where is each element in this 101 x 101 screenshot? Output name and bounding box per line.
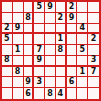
cell-r1c4-given: 5 [34, 2, 45, 13]
cell-r3c7-empty[interactable] [67, 24, 78, 35]
cell-r7c2-given: 8 [13, 67, 24, 78]
cell-r9c4-empty[interactable] [34, 88, 45, 99]
cell-r1c2-empty[interactable] [13, 2, 24, 13]
cell-r3c6-empty[interactable] [56, 24, 67, 35]
cell-r7c3-empty[interactable] [24, 67, 35, 78]
cell-r8c8-empty[interactable] [77, 77, 88, 88]
cell-r7c4-empty[interactable] [34, 67, 45, 78]
cell-r6c7-empty[interactable] [67, 56, 78, 67]
cell-r5c8-given: 5 [77, 45, 88, 56]
cell-r9c2-empty[interactable] [13, 88, 24, 99]
cell-r5c3-empty[interactable] [24, 45, 35, 56]
cell-r7c1-empty[interactable] [2, 67, 13, 78]
cell-r5c1-empty[interactable] [2, 45, 13, 56]
cell-r4c3-empty[interactable] [24, 34, 35, 45]
cell-r4c8-empty[interactable] [77, 34, 88, 45]
cell-r1c8-empty[interactable] [77, 2, 88, 13]
cell-r4c1-given: 5 [2, 34, 13, 45]
cell-r1c3-empty[interactable] [24, 2, 35, 13]
cell-r6c4-given: 9 [34, 56, 45, 67]
cell-r4c9-given: 2 [88, 34, 99, 45]
cell-r8c2-empty[interactable] [13, 77, 24, 88]
cell-r1c1-empty[interactable] [2, 2, 13, 13]
cell-r4c6-given: 1 [56, 34, 67, 45]
cell-r9c1-empty[interactable] [2, 88, 13, 99]
cell-r1c5-given: 9 [45, 2, 56, 13]
cell-r8c3-given: 9 [24, 77, 35, 88]
cell-r6c8-empty[interactable] [77, 56, 88, 67]
cell-r4c2-empty[interactable] [13, 34, 24, 45]
cell-r5c9-empty[interactable] [88, 45, 99, 56]
cell-r6c1-given: 8 [2, 56, 13, 67]
cell-r3c3-empty[interactable] [24, 24, 35, 35]
cell-r6c2-empty[interactable] [13, 56, 24, 67]
cell-r2c6-given: 2 [56, 13, 67, 24]
cell-r5c4-given: 7 [34, 45, 45, 56]
cell-r3c4-empty[interactable] [34, 24, 45, 35]
cell-r3c8-given: 4 [77, 24, 88, 35]
cell-r4c4-empty[interactable] [34, 34, 45, 45]
cell-r2c7-given: 9 [67, 13, 78, 24]
cell-r1c6-empty[interactable] [56, 2, 67, 13]
cell-r2c4-empty[interactable] [34, 13, 45, 24]
cell-r7c8-given: 1 [77, 67, 88, 78]
cell-r5c2-given: 1 [13, 45, 24, 56]
cell-r6c9-given: 3 [88, 56, 99, 67]
cell-r6c3-empty[interactable] [24, 56, 35, 67]
cell-r2c8-empty[interactable] [77, 13, 88, 24]
cell-r8c5-empty[interactable] [45, 77, 56, 88]
cell-r6c6-empty[interactable] [56, 56, 67, 67]
cell-r9c3-given: 6 [24, 88, 35, 99]
cell-r6c5-empty[interactable] [45, 56, 56, 67]
cell-r9c7-empty[interactable] [67, 88, 78, 99]
cell-r7c6-empty[interactable] [56, 67, 67, 78]
cell-r2c1-empty[interactable] [2, 13, 13, 24]
cell-r3c1-given: 2 [2, 24, 13, 35]
cell-r2c3-given: 8 [24, 13, 35, 24]
cell-r2c9-empty[interactable] [88, 13, 99, 24]
cell-r9c5-given: 8 [45, 88, 56, 99]
cell-r5c5-empty[interactable] [45, 45, 56, 56]
cell-r9c8-empty[interactable] [77, 88, 88, 99]
cell-r5c6-given: 8 [56, 45, 67, 56]
cell-r2c5-empty[interactable] [45, 13, 56, 24]
cell-r3c2-given: 9 [13, 24, 24, 35]
cell-r7c9-given: 7 [88, 67, 99, 78]
cell-r8c9-empty[interactable] [88, 77, 99, 88]
cell-r7c7-empty[interactable] [67, 67, 78, 78]
cell-r5c7-empty[interactable] [67, 45, 78, 56]
cell-r3c9-empty[interactable] [88, 24, 99, 35]
cell-r2c2-empty[interactable] [13, 13, 24, 24]
cell-r3c5-empty[interactable] [45, 24, 56, 35]
cell-r8c7-given: 6 [67, 77, 78, 88]
cell-r1c9-empty[interactable] [88, 2, 99, 13]
cell-r8c1-empty[interactable] [2, 77, 13, 88]
sudoku-board: 5928292945121785893817936684 [0, 0, 101, 101]
cell-r4c5-empty[interactable] [45, 34, 56, 45]
cell-r8c4-given: 3 [34, 77, 45, 88]
cell-r7c5-empty[interactable] [45, 67, 56, 78]
cell-r8c6-empty[interactable] [56, 77, 67, 88]
cell-r9c9-empty[interactable] [88, 88, 99, 99]
cell-r1c7-given: 2 [67, 2, 78, 13]
cell-r4c7-empty[interactable] [67, 34, 78, 45]
cell-r9c6-given: 4 [56, 88, 67, 99]
